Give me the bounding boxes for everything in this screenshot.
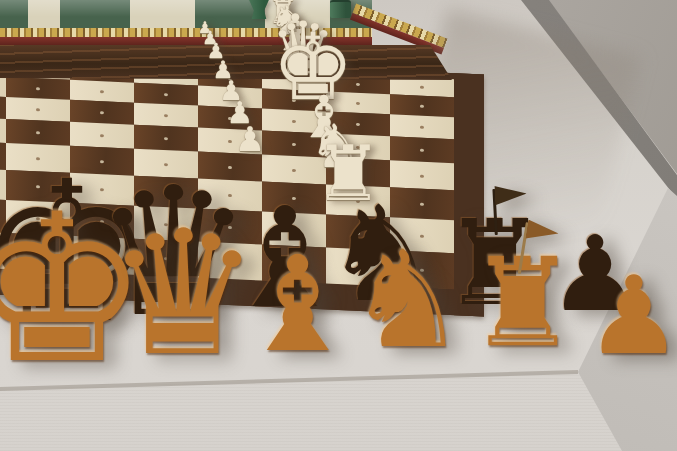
square-b6[interactable] <box>6 97 70 122</box>
square-h6[interactable] <box>390 114 454 139</box>
museum-chess-display-photo: ♜♞♝♛♚♝♞♜♟♟♟♟♟♟♟ ♚♚♛♛♝♝♞♞♜♜♟♟ <box>0 0 677 451</box>
square-d6[interactable] <box>134 103 198 128</box>
square-c6[interactable] <box>70 100 134 125</box>
dark-rook-flag <box>492 189 497 235</box>
light-wood-pawn[interactable]: ♟ <box>586 262 677 370</box>
square-h5[interactable] <box>390 136 454 163</box>
